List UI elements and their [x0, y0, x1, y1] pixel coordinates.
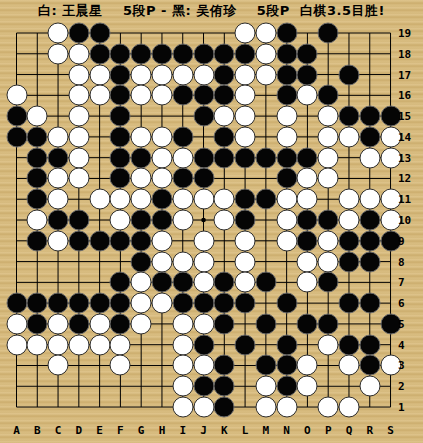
stone-white[interactable] — [68, 147, 89, 168]
stone-white[interactable] — [68, 168, 89, 189]
stone-black[interactable] — [110, 230, 131, 251]
stone-white[interactable] — [6, 334, 27, 355]
stone-white[interactable] — [276, 106, 297, 127]
stone-black[interactable] — [110, 126, 131, 147]
stone-black[interactable] — [338, 293, 359, 314]
stone-black[interactable] — [214, 85, 235, 106]
stone-black[interactable] — [27, 230, 48, 251]
stone-black[interactable] — [235, 334, 256, 355]
col-label-I: I — [179, 424, 186, 437]
stone-black[interactable] — [27, 189, 48, 210]
stone-white[interactable] — [255, 376, 276, 397]
stone-white[interactable] — [255, 64, 276, 85]
stone-black[interactable] — [89, 293, 110, 314]
stone-black[interactable] — [214, 355, 235, 376]
stone-black[interactable] — [359, 126, 380, 147]
col-label-P: P — [325, 424, 332, 437]
stone-black[interactable] — [235, 293, 256, 314]
stone-black[interactable] — [151, 43, 172, 64]
stone-white[interactable] — [297, 272, 318, 293]
row-label-16: 16 — [398, 89, 411, 102]
stone-white[interactable] — [68, 126, 89, 147]
stone-black[interactable] — [276, 43, 297, 64]
stone-black[interactable] — [110, 43, 131, 64]
stone-black[interactable] — [6, 106, 27, 127]
stone-white[interactable] — [276, 230, 297, 251]
stone-black[interactable] — [172, 126, 193, 147]
stone-black[interactable] — [68, 23, 89, 44]
stone-black[interactable] — [193, 168, 214, 189]
stone-black[interactable] — [255, 147, 276, 168]
stone-black[interactable] — [338, 230, 359, 251]
stone-white[interactable] — [110, 355, 131, 376]
stone-white[interactable] — [89, 313, 110, 334]
stone-black[interactable] — [110, 106, 131, 127]
stone-black[interactable] — [276, 168, 297, 189]
stone-white[interactable] — [131, 272, 152, 293]
stone-white[interactable] — [27, 334, 48, 355]
stone-white[interactable] — [297, 376, 318, 397]
stone-white[interactable] — [255, 43, 276, 64]
stone-black[interactable] — [151, 210, 172, 231]
stone-black[interactable] — [338, 106, 359, 127]
stone-white[interactable] — [193, 397, 214, 418]
stone-black[interactable] — [110, 85, 131, 106]
stone-white[interactable] — [193, 64, 214, 85]
stone-white[interactable] — [255, 397, 276, 418]
col-label-H: H — [159, 424, 166, 437]
stone-white[interactable] — [235, 126, 256, 147]
stone-white[interactable] — [172, 355, 193, 376]
stone-white[interactable] — [276, 126, 297, 147]
stone-black[interactable] — [214, 43, 235, 64]
stone-white[interactable] — [110, 210, 131, 231]
stone-black[interactable] — [235, 43, 256, 64]
stone-white[interactable] — [172, 313, 193, 334]
stone-black[interactable] — [214, 64, 235, 85]
stone-black[interactable] — [338, 64, 359, 85]
stone-black[interactable] — [172, 293, 193, 314]
stone-black[interactable] — [235, 147, 256, 168]
row-label-9: 9 — [398, 234, 405, 247]
stone-black[interactable] — [131, 230, 152, 251]
row-label-5: 5 — [398, 317, 405, 330]
stone-white[interactable] — [48, 313, 69, 334]
row-label-2: 2 — [398, 380, 405, 393]
stone-white[interactable] — [338, 210, 359, 231]
stone-black[interactable] — [131, 43, 152, 64]
stone-black[interactable] — [359, 334, 380, 355]
stone-white[interactable] — [27, 210, 48, 231]
stone-white[interactable] — [235, 23, 256, 44]
stone-black[interactable] — [27, 293, 48, 314]
stone-black[interactable] — [276, 64, 297, 85]
row-label-13: 13 — [398, 151, 411, 164]
stone-white[interactable] — [318, 230, 339, 251]
col-label-O: O — [304, 424, 311, 437]
stone-black[interactable] — [89, 23, 110, 44]
stone-black[interactable] — [48, 293, 69, 314]
stone-white[interactable] — [172, 147, 193, 168]
stone-white[interactable] — [110, 334, 131, 355]
stone-black[interactable] — [276, 355, 297, 376]
stone-white[interactable] — [318, 126, 339, 147]
stone-white[interactable] — [172, 376, 193, 397]
stone-white[interactable] — [27, 106, 48, 127]
row-label-15: 15 — [398, 110, 411, 123]
stone-white[interactable] — [297, 85, 318, 106]
col-label-L: L — [242, 424, 249, 437]
col-label-F: F — [117, 424, 124, 437]
row-label-4: 4 — [398, 338, 405, 351]
stone-white[interactable] — [193, 230, 214, 251]
stone-white[interactable] — [318, 168, 339, 189]
stone-black[interactable] — [255, 313, 276, 334]
stone-white[interactable] — [151, 64, 172, 85]
row-label-18: 18 — [398, 47, 411, 60]
stone-white[interactable] — [48, 43, 69, 64]
stone-white[interactable] — [48, 168, 69, 189]
stone-black[interactable] — [255, 355, 276, 376]
stone-black[interactable] — [255, 272, 276, 293]
stone-white[interactable] — [151, 126, 172, 147]
stone-white[interactable] — [48, 355, 69, 376]
stone-white[interactable] — [151, 293, 172, 314]
stone-black[interactable] — [110, 64, 131, 85]
stone-black[interactable] — [338, 334, 359, 355]
stone-white[interactable] — [276, 210, 297, 231]
row-label-11: 11 — [398, 193, 411, 206]
stone-white[interactable] — [193, 355, 214, 376]
stone-white[interactable] — [193, 189, 214, 210]
stone-black[interactable] — [359, 355, 380, 376]
stone-white[interactable] — [68, 64, 89, 85]
stone-white[interactable] — [89, 64, 110, 85]
stone-black[interactable] — [68, 230, 89, 251]
stone-black[interactable] — [318, 272, 339, 293]
stone-black[interactable] — [214, 397, 235, 418]
stone-black[interactable] — [172, 43, 193, 64]
row-label-1: 1 — [398, 401, 405, 414]
stone-white[interactable] — [151, 251, 172, 272]
stone-white[interactable] — [338, 189, 359, 210]
stone-black[interactable] — [110, 272, 131, 293]
stone-black[interactable] — [27, 168, 48, 189]
stone-black[interactable] — [276, 23, 297, 44]
stone-black[interactable] — [68, 293, 89, 314]
stone-white[interactable] — [131, 85, 152, 106]
stone-black[interactable] — [214, 376, 235, 397]
stone-white[interactable] — [214, 210, 235, 231]
stone-white[interactable] — [6, 313, 27, 334]
stone-white[interactable] — [255, 23, 276, 44]
stone-black[interactable] — [151, 189, 172, 210]
stone-white[interactable] — [131, 126, 152, 147]
stone-black[interactable] — [318, 313, 339, 334]
stone-white[interactable] — [172, 251, 193, 272]
stone-black[interactable] — [6, 293, 27, 314]
stone-white[interactable] — [172, 397, 193, 418]
stone-black[interactable] — [151, 272, 172, 293]
stone-black[interactable] — [27, 126, 48, 147]
stone-white[interactable] — [235, 106, 256, 127]
stone-white[interactable] — [110, 189, 131, 210]
stone-white[interactable] — [359, 147, 380, 168]
stone-white[interactable] — [48, 189, 69, 210]
col-label-Q: Q — [346, 424, 353, 437]
stone-white[interactable] — [235, 251, 256, 272]
row-label-12: 12 — [398, 172, 411, 185]
stone-black[interactable] — [297, 313, 318, 334]
stone-black[interactable] — [235, 210, 256, 231]
row-label-8: 8 — [398, 255, 405, 268]
stone-black[interactable] — [255, 189, 276, 210]
stone-black[interactable] — [193, 293, 214, 314]
stone-white[interactable] — [172, 189, 193, 210]
stone-black[interactable] — [27, 313, 48, 334]
stone-black[interactable] — [89, 230, 110, 251]
col-label-E: E — [96, 424, 103, 437]
stone-white[interactable] — [193, 313, 214, 334]
stone-black[interactable] — [214, 272, 235, 293]
row-label-14: 14 — [398, 130, 411, 143]
stone-black[interactable] — [359, 293, 380, 314]
stone-black[interactable] — [68, 210, 89, 231]
stone-black[interactable] — [193, 106, 214, 127]
stone-white[interactable] — [89, 85, 110, 106]
stone-white[interactable] — [318, 334, 339, 355]
stone-white[interactable] — [338, 355, 359, 376]
stone-white[interactable] — [214, 189, 235, 210]
stone-white[interactable] — [193, 251, 214, 272]
stone-black[interactable] — [193, 147, 214, 168]
stone-black[interactable] — [131, 147, 152, 168]
col-label-C: C — [55, 424, 62, 437]
row-label-17: 17 — [398, 68, 411, 81]
stone-white[interactable] — [48, 23, 69, 44]
stone-white[interactable] — [318, 251, 339, 272]
col-label-B: B — [34, 424, 41, 437]
stone-black[interactable] — [172, 85, 193, 106]
stone-black[interactable] — [193, 334, 214, 355]
stone-black[interactable] — [6, 126, 27, 147]
stone-black[interactable] — [214, 313, 235, 334]
col-label-S: S — [387, 424, 394, 437]
stone-black[interactable] — [297, 43, 318, 64]
stone-black[interactable] — [193, 43, 214, 64]
stone-black[interactable] — [359, 210, 380, 231]
row-label-7: 7 — [398, 276, 405, 289]
stone-white[interactable] — [151, 168, 172, 189]
stone-white[interactable] — [359, 189, 380, 210]
stone-black[interactable] — [110, 168, 131, 189]
stone-white[interactable] — [276, 189, 297, 210]
stone-black[interactable] — [48, 147, 69, 168]
stone-black[interactable] — [214, 147, 235, 168]
row-label-19: 19 — [398, 27, 411, 40]
col-label-G: G — [138, 424, 145, 437]
stone-black[interactable] — [318, 85, 339, 106]
stone-white[interactable] — [297, 355, 318, 376]
stone-black[interactable] — [110, 293, 131, 314]
row-label-6: 6 — [398, 297, 405, 310]
stone-black[interactable] — [131, 251, 152, 272]
stone-white[interactable] — [89, 334, 110, 355]
stone-white[interactable] — [214, 106, 235, 127]
stone-black[interactable] — [338, 251, 359, 272]
stone-white[interactable] — [193, 272, 214, 293]
row-label-10: 10 — [398, 214, 411, 227]
stone-white[interactable] — [48, 126, 69, 147]
stone-white[interactable] — [235, 272, 256, 293]
stone-black[interactable] — [110, 147, 131, 168]
stone-black[interactable] — [297, 64, 318, 85]
stone-white[interactable] — [6, 85, 27, 106]
stone-black[interactable] — [297, 210, 318, 231]
stone-white[interactable] — [89, 189, 110, 210]
stone-black[interactable] — [89, 43, 110, 64]
stone-white[interactable] — [276, 397, 297, 418]
stone-white[interactable] — [131, 168, 152, 189]
stone-white[interactable] — [235, 64, 256, 85]
stone-black[interactable] — [68, 313, 89, 334]
row-label-3: 3 — [398, 359, 405, 372]
stone-black[interactable] — [193, 376, 214, 397]
stone-black[interactable] — [359, 106, 380, 127]
stone-white[interactable] — [172, 334, 193, 355]
col-label-M: M — [263, 424, 270, 437]
col-label-J: J — [200, 424, 207, 437]
stone-black[interactable] — [276, 293, 297, 314]
stone-black[interactable] — [318, 210, 339, 231]
stone-white[interactable] — [131, 64, 152, 85]
stone-white[interactable] — [151, 85, 172, 106]
stone-black[interactable] — [359, 251, 380, 272]
stone-white[interactable] — [131, 313, 152, 334]
stone-black[interactable] — [297, 230, 318, 251]
stone-white[interactable] — [297, 168, 318, 189]
col-label-K: K — [221, 424, 228, 437]
stone-white[interactable] — [338, 126, 359, 147]
stone-white[interactable] — [151, 230, 172, 251]
stone-white[interactable] — [338, 397, 359, 418]
stone-black[interactable] — [276, 376, 297, 397]
stone-black[interactable] — [27, 147, 48, 168]
col-label-N: N — [283, 424, 290, 437]
stone-black[interactable] — [276, 147, 297, 168]
stone-black[interactable] — [235, 189, 256, 210]
stone-white[interactable] — [235, 85, 256, 106]
stone-black[interactable] — [172, 168, 193, 189]
go-board[interactable]: ABCDEFGHIJKLMNOPQRS 19181716151413121110… — [0, 0, 423, 443]
stone-black[interactable] — [214, 293, 235, 314]
stone-white[interactable] — [318, 106, 339, 127]
stone-black[interactable] — [110, 313, 131, 334]
stone-white[interactable] — [235, 230, 256, 251]
stone-black[interactable] — [276, 85, 297, 106]
stone-white[interactable] — [297, 189, 318, 210]
stone-white[interactable] — [48, 334, 69, 355]
stone-black[interactable] — [193, 85, 214, 106]
stone-white[interactable] — [131, 293, 152, 314]
stone-black[interactable] — [359, 230, 380, 251]
stone-black[interactable] — [214, 126, 235, 147]
stone-black[interactable] — [48, 210, 69, 231]
stone-black[interactable] — [172, 272, 193, 293]
stone-black[interactable] — [297, 147, 318, 168]
stone-white[interactable] — [68, 43, 89, 64]
stone-white[interactable] — [68, 85, 89, 106]
col-label-A: A — [13, 424, 20, 437]
stone-white[interactable] — [318, 147, 339, 168]
stone-white[interactable] — [172, 64, 193, 85]
stone-white[interactable] — [68, 334, 89, 355]
col-label-R: R — [366, 424, 373, 437]
stone-black[interactable] — [276, 334, 297, 355]
stone-white[interactable] — [151, 147, 172, 168]
stone-white[interactable] — [359, 376, 380, 397]
stone-white[interactable] — [172, 210, 193, 231]
stone-white[interactable] — [48, 230, 69, 251]
stone-white[interactable] — [68, 106, 89, 127]
col-label-D: D — [76, 424, 83, 437]
stone-black[interactable] — [318, 23, 339, 44]
stone-white[interactable] — [297, 251, 318, 272]
stone-white[interactable] — [318, 397, 339, 418]
stone-white[interactable] — [131, 189, 152, 210]
stone-black[interactable] — [131, 210, 152, 231]
